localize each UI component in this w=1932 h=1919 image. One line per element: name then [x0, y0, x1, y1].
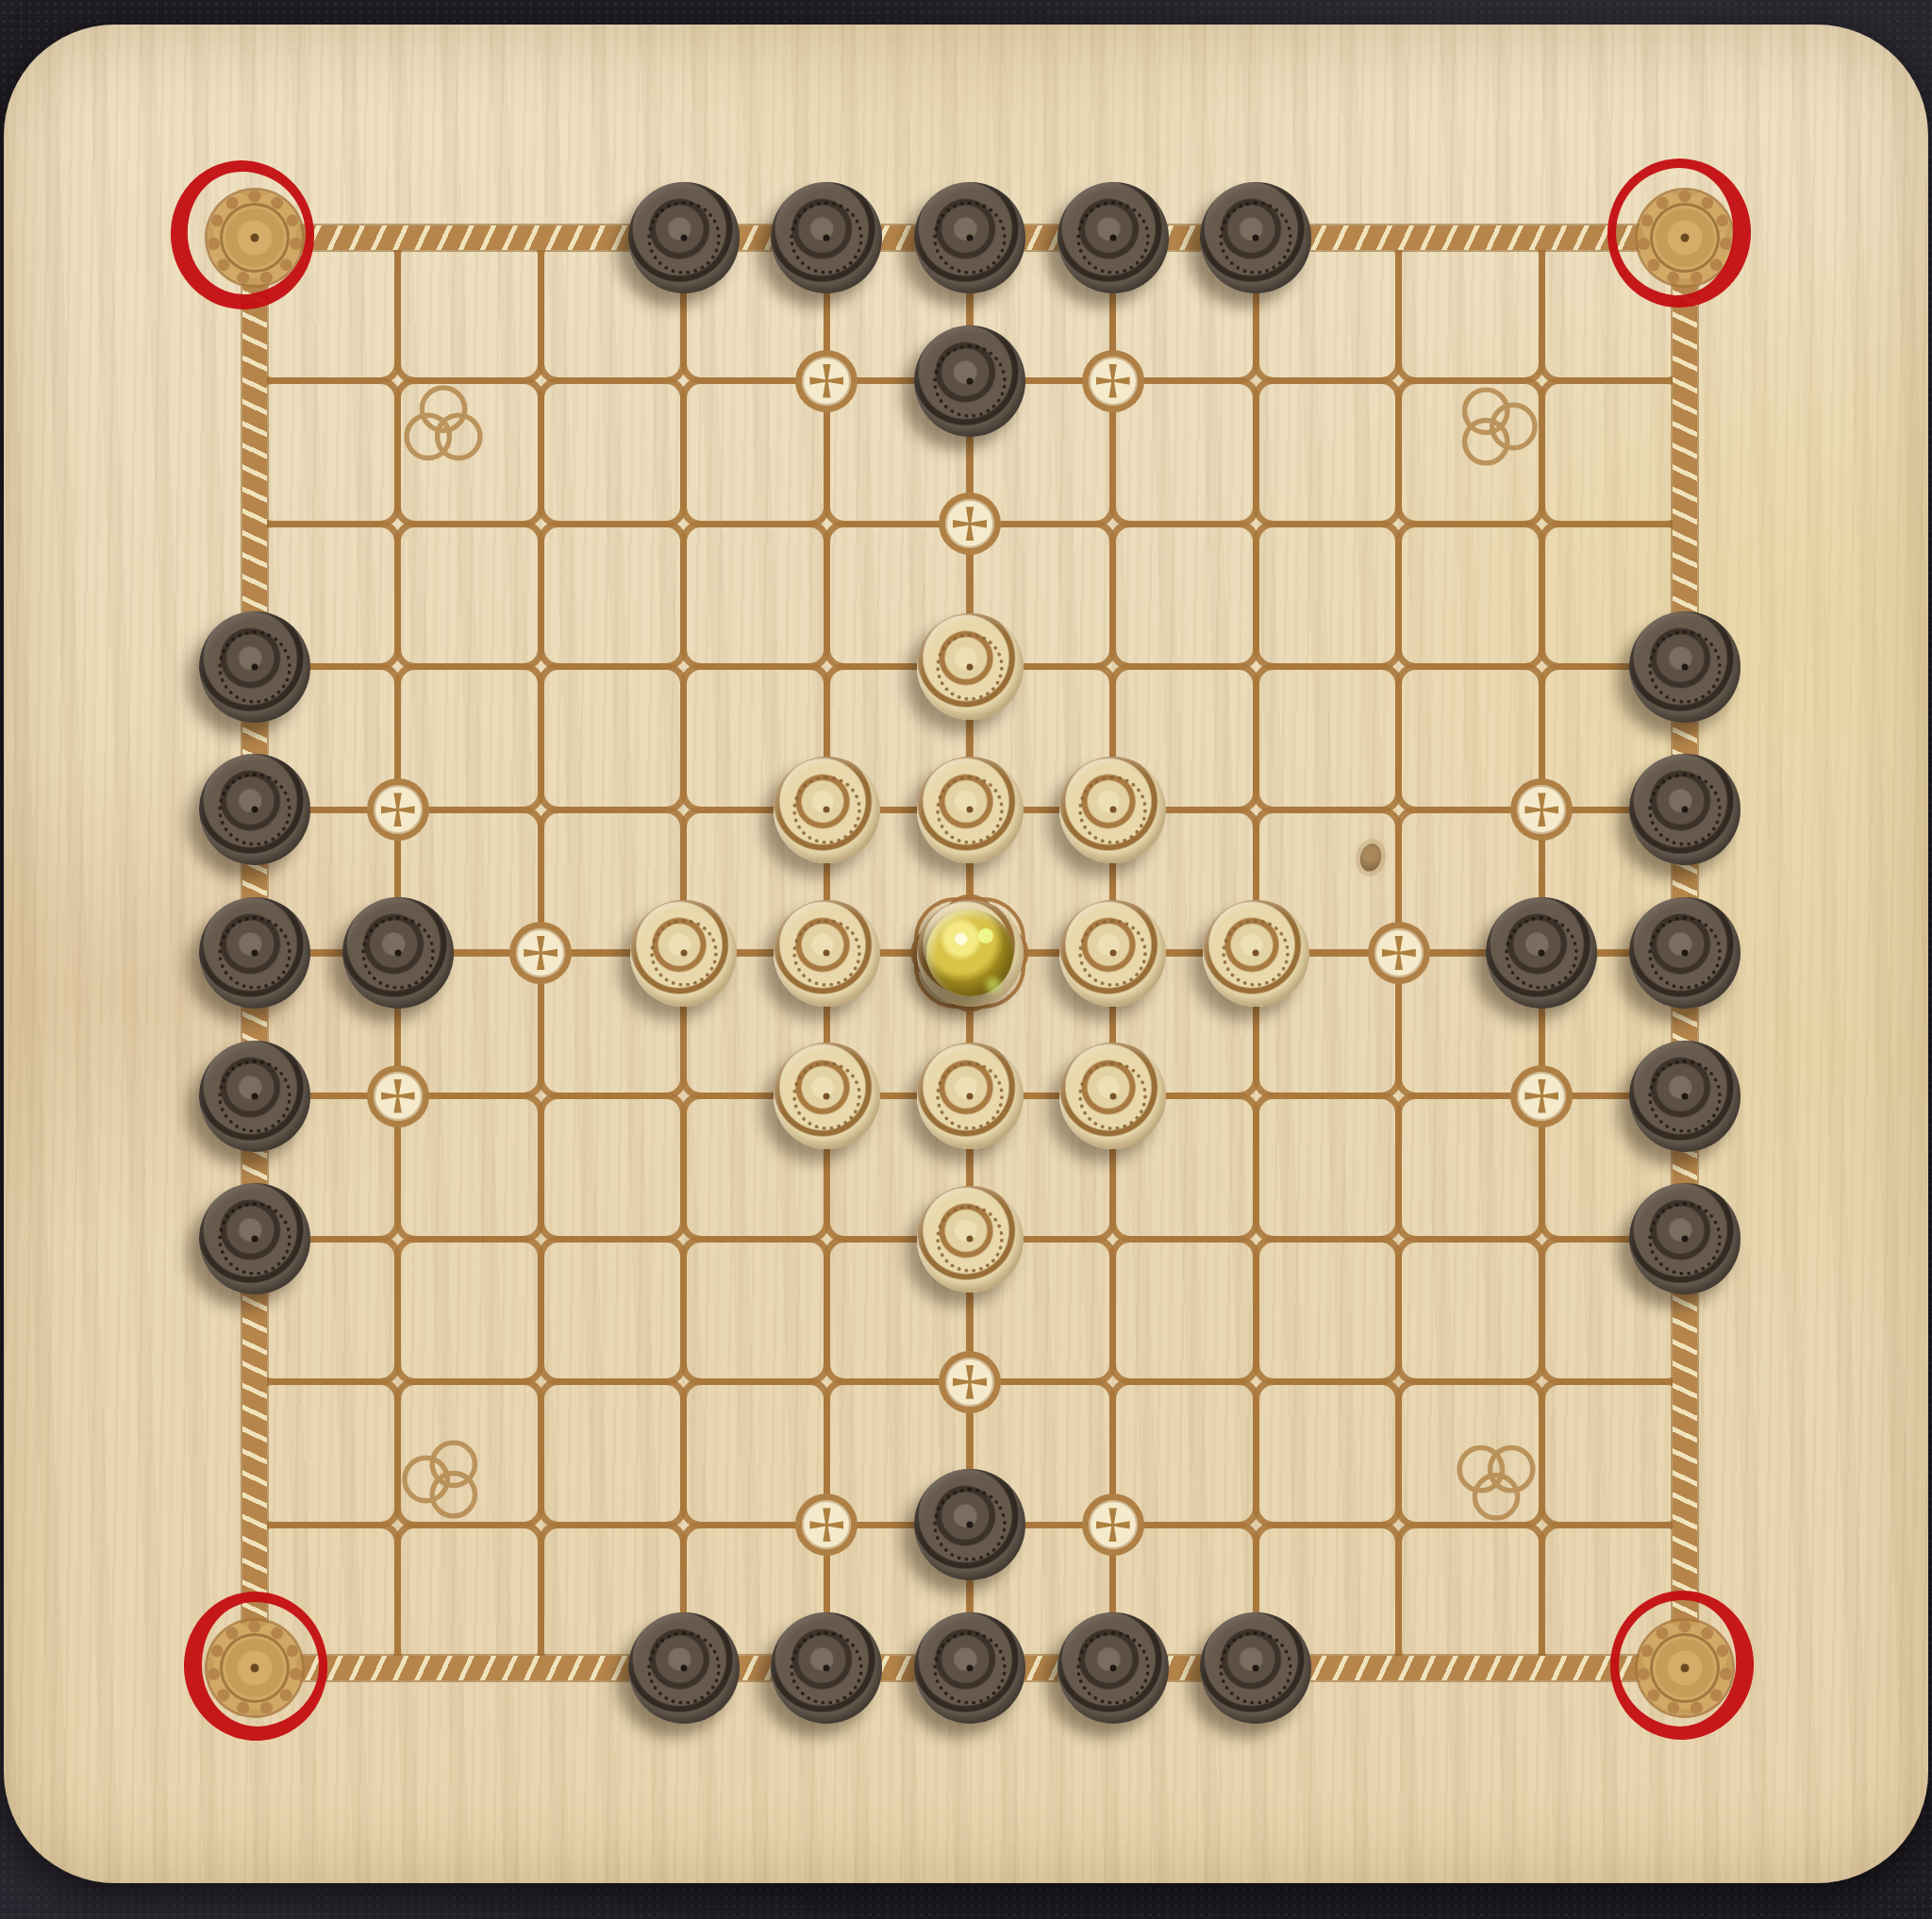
- grid-cell: [538, 1236, 688, 1386]
- attacker-piece-a4[interactable]: [199, 611, 310, 723]
- attacker-piece-a5[interactable]: [199, 754, 310, 865]
- attacker-piece-e11[interactable]: [771, 1612, 882, 1724]
- grid-cell: [538, 663, 688, 813]
- attacker-piece-f2[interactable]: [914, 325, 1025, 437]
- grid-cell: [1109, 1236, 1259, 1386]
- attacker-piece-g11[interactable]: [1058, 1612, 1169, 1724]
- grid-cell: [1539, 377, 1689, 527]
- grid-cell: [252, 1378, 402, 1528]
- attacker-piece-k4[interactable]: [1629, 611, 1740, 723]
- defender-piece-f7[interactable]: [917, 1043, 1024, 1149]
- attacker-piece-a6[interactable]: [199, 897, 310, 1009]
- defender-piece-f8[interactable]: [917, 1186, 1024, 1293]
- rosette-b7: [367, 1065, 429, 1127]
- attacker-piece-k8[interactable]: [1629, 1183, 1740, 1294]
- grid-cell: [1253, 1236, 1403, 1386]
- grid-cell: [538, 1093, 688, 1243]
- defender-piece-f5[interactable]: [917, 757, 1024, 863]
- grid-cell: [1539, 1378, 1689, 1528]
- grid-cell: [1253, 1093, 1403, 1243]
- rosette-j7: [1510, 1065, 1573, 1127]
- defender-piece-f4[interactable]: [917, 613, 1024, 720]
- grid-cell: [538, 377, 688, 527]
- defender-piece-d6[interactable]: [630, 900, 737, 1007]
- triquetra-knot-bottom-right: [1445, 1428, 1547, 1530]
- grid-cell: [1395, 1522, 1545, 1672]
- rosette-b5: [367, 778, 429, 841]
- defender-piece-g5[interactable]: [1059, 757, 1166, 863]
- attacker-piece-e1[interactable]: [771, 182, 882, 293]
- grid-cell: [538, 1378, 688, 1528]
- grid-cell: [1253, 377, 1403, 527]
- attacker-piece-k6[interactable]: [1629, 897, 1740, 1009]
- attacker-piece-d1[interactable]: [628, 182, 740, 293]
- rosette-g2: [1082, 350, 1144, 412]
- attacker-piece-k5[interactable]: [1629, 754, 1740, 865]
- rosette-e2: [795, 350, 858, 412]
- grid-cell: [1395, 521, 1545, 671]
- grid-cell: [680, 521, 830, 671]
- grid-cell: [1395, 1236, 1545, 1386]
- defender-piece-e5[interactable]: [774, 757, 880, 863]
- grid-cell: [1253, 1378, 1403, 1528]
- defender-piece-h6[interactable]: [1203, 900, 1309, 1007]
- grid-cell: [394, 521, 544, 671]
- rosette-i6: [1368, 922, 1430, 984]
- attacker-piece-f11[interactable]: [914, 1612, 1025, 1724]
- attacker-piece-h11[interactable]: [1200, 1612, 1311, 1724]
- triquetra-knot-top-right: [1445, 375, 1547, 477]
- grid-cell: [1395, 235, 1545, 385]
- attacker-piece-f1[interactable]: [914, 182, 1025, 293]
- king-piece-f6[interactable]: [926, 909, 1013, 996]
- grid-cell: [1253, 663, 1403, 813]
- triquetra-knot-top-left: [392, 375, 494, 477]
- defender-piece-e7[interactable]: [774, 1043, 880, 1149]
- screenshot-root: { "game": "Hnefatafl (Viking tafl), 11x1…: [0, 0, 1932, 1919]
- grid-cell: [394, 1236, 544, 1386]
- defender-piece-e6[interactable]: [774, 900, 880, 1007]
- grid-cell: [252, 377, 402, 527]
- rosette-f9: [939, 1351, 1001, 1413]
- grid-cell: [538, 521, 688, 671]
- attacker-piece-g1[interactable]: [1058, 182, 1169, 293]
- attacker-piece-a7[interactable]: [199, 1041, 310, 1152]
- attacker-piece-k7[interactable]: [1629, 1041, 1740, 1152]
- attacker-piece-b6[interactable]: [342, 897, 454, 1009]
- grid-cell: [1109, 521, 1259, 671]
- attacker-piece-a8[interactable]: [199, 1183, 310, 1294]
- rosette-g10: [1082, 1493, 1144, 1556]
- grid-cell: [394, 1522, 544, 1672]
- triquetra-knot-bottom-left: [392, 1428, 494, 1530]
- defender-piece-g6[interactable]: [1059, 900, 1166, 1007]
- grid-cell: [1253, 521, 1403, 671]
- attacker-piece-h1[interactable]: [1200, 182, 1311, 293]
- hnefatafl-board: [4, 25, 1928, 1883]
- grid-cell: [680, 1236, 830, 1386]
- attacker-piece-j6[interactable]: [1486, 897, 1597, 1009]
- rosette-c6: [509, 922, 572, 984]
- grid-cell: [394, 235, 544, 385]
- rosette-f3: [939, 492, 1001, 555]
- attacker-piece-f10[interactable]: [914, 1469, 1025, 1580]
- defender-piece-g7[interactable]: [1059, 1043, 1166, 1149]
- attacker-piece-d11[interactable]: [628, 1612, 740, 1724]
